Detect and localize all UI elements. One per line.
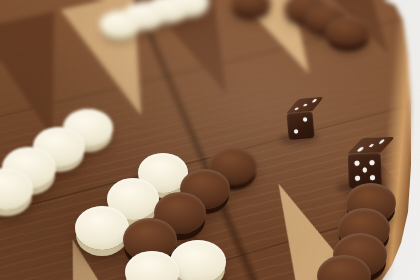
dark-checker[interactable] bbox=[326, 17, 370, 47]
die-pip bbox=[378, 139, 385, 143]
white-checker[interactable] bbox=[100, 11, 140, 37]
left-die[interactable] bbox=[285, 98, 314, 140]
die-pip bbox=[362, 167, 367, 172]
die-pip bbox=[367, 143, 374, 147]
backgammon-photo-stage bbox=[0, 0, 420, 280]
right-die[interactable] bbox=[347, 137, 382, 188]
die-front-face bbox=[286, 111, 314, 140]
die-pip bbox=[357, 147, 364, 151]
die-pip bbox=[354, 160, 359, 165]
die-pip bbox=[369, 175, 374, 180]
die-pip bbox=[369, 159, 374, 164]
die-pip bbox=[311, 99, 316, 102]
die-front-face bbox=[347, 152, 381, 188]
die-pip bbox=[303, 103, 308, 106]
die-pip bbox=[303, 118, 307, 122]
die-pip bbox=[355, 175, 360, 180]
die-pip bbox=[294, 107, 299, 110]
die-pip bbox=[294, 129, 298, 133]
white-checker[interactable] bbox=[75, 206, 129, 250]
